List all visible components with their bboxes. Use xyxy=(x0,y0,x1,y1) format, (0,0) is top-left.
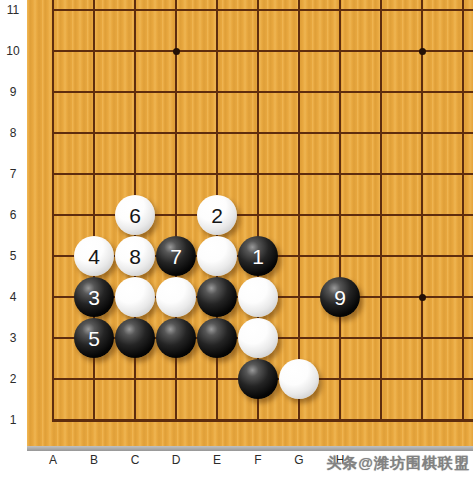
star-point xyxy=(419,294,426,301)
column-label-G: G xyxy=(288,453,310,467)
stone-white-D4[interactable] xyxy=(156,277,196,317)
star-point xyxy=(173,48,180,55)
move-number: 5 xyxy=(88,328,100,349)
stone-white-F3[interactable] xyxy=(238,318,278,358)
move-number: 2 xyxy=(211,205,223,226)
column-label-E: E xyxy=(206,453,228,467)
stone-black-D5[interactable]: 7 xyxy=(156,236,196,276)
stone-black-F5[interactable]: 1 xyxy=(238,236,278,276)
row-label-6: 6 xyxy=(0,208,26,222)
move-number: 4 xyxy=(88,246,100,267)
row-label-5: 5 xyxy=(0,249,26,263)
stone-white-C4[interactable] xyxy=(115,277,155,317)
move-number: 8 xyxy=(129,246,141,267)
watermark: 头条@潍坊围棋联盟 xyxy=(326,454,470,473)
grid-line-horizontal xyxy=(52,9,473,11)
stone-white-E5[interactable] xyxy=(197,236,237,276)
column-label-B: B xyxy=(83,453,105,467)
row-label-1: 1 xyxy=(0,413,26,427)
star-point xyxy=(419,48,426,55)
move-number: 6 xyxy=(129,205,141,226)
stone-black-F2[interactable] xyxy=(238,359,278,399)
grid-line-vertical xyxy=(298,0,300,421)
go-diagram: 1110987654321 ABCDEFGH 头条@潍坊围棋联盟 6248713… xyxy=(0,0,473,477)
move-number: 3 xyxy=(88,287,100,308)
grid-line-vertical xyxy=(52,0,54,421)
row-label-2: 2 xyxy=(0,372,26,386)
row-label-9: 9 xyxy=(0,85,26,99)
stone-black-B3[interactable]: 5 xyxy=(74,318,114,358)
grid-line-horizontal xyxy=(52,50,473,52)
move-number: 7 xyxy=(170,246,182,267)
row-label-7: 7 xyxy=(0,167,26,181)
grid-line-horizontal xyxy=(52,132,473,134)
column-label-F: F xyxy=(247,453,269,467)
board-bottom-edge xyxy=(27,446,473,451)
move-number: 1 xyxy=(252,246,264,267)
row-label-4: 4 xyxy=(0,290,26,304)
column-label-C: C xyxy=(124,453,146,467)
stone-black-E4[interactable] xyxy=(197,277,237,317)
stone-black-C3[interactable] xyxy=(115,318,155,358)
row-label-11: 11 xyxy=(0,3,26,17)
grid-line-vertical xyxy=(462,0,464,421)
stone-white-G2[interactable] xyxy=(279,359,319,399)
move-number: 9 xyxy=(334,287,346,308)
stone-black-H4[interactable]: 9 xyxy=(320,277,360,317)
stone-white-C6[interactable]: 6 xyxy=(115,195,155,235)
column-label-A: A xyxy=(42,453,64,467)
stone-white-E6[interactable]: 2 xyxy=(197,195,237,235)
stone-black-E3[interactable] xyxy=(197,318,237,358)
grid-line-horizontal xyxy=(52,419,473,422)
grid-line-vertical xyxy=(380,0,382,421)
column-label-D: D xyxy=(165,453,187,467)
stone-black-B4[interactable]: 3 xyxy=(74,277,114,317)
row-label-8: 8 xyxy=(0,126,26,140)
stone-white-C5[interactable]: 8 xyxy=(115,236,155,276)
row-label-3: 3 xyxy=(0,331,26,345)
stone-black-D3[interactable] xyxy=(156,318,196,358)
grid-line-vertical xyxy=(421,0,423,421)
row-label-10: 10 xyxy=(0,44,26,58)
grid-line-horizontal xyxy=(52,173,473,175)
stone-white-B5[interactable]: 4 xyxy=(74,236,114,276)
grid-line-vertical xyxy=(339,0,341,421)
grid-line-horizontal xyxy=(52,91,473,93)
stone-white-F4[interactable] xyxy=(238,277,278,317)
